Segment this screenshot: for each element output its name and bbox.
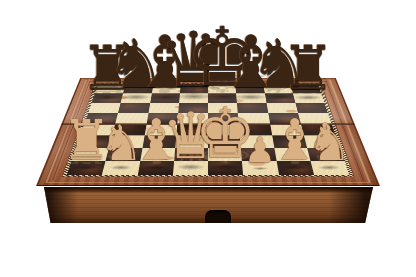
chess-set-product-photo: ♜♜♞♞♝♝♛♛♚♚♝♝♞♞♜♜♜♜♞♞♝♝♛♛♚♚♟♟♝♝♞♞♟♟ xyxy=(0,0,416,277)
finger-notch xyxy=(205,210,231,223)
knight-glyph: ♞ xyxy=(307,119,351,168)
box-front-face xyxy=(44,187,373,223)
rook-glyph: ♜ xyxy=(281,37,336,98)
